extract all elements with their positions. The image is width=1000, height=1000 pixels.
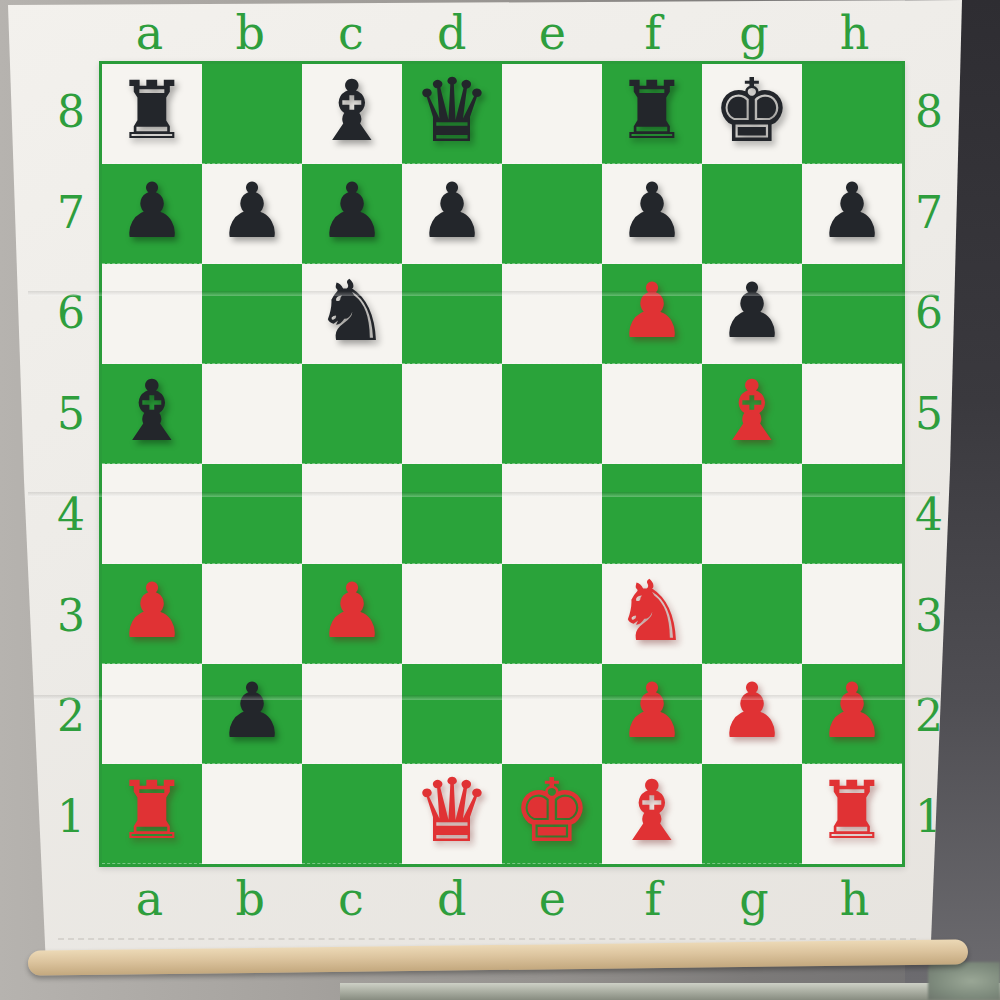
black-pawn[interactable]: ♟ [818,173,886,249]
file-label-f: f [603,870,704,932]
black-pawn[interactable]: ♟ [118,173,186,249]
square-b6[interactable] [202,264,302,364]
square-g3[interactable] [702,564,802,664]
red-king[interactable]: ♚ [513,767,592,855]
square-c5[interactable] [302,364,402,464]
black-queen[interactable]: ♛ [413,67,492,155]
square-f8[interactable]: ♜ [602,64,702,164]
black-bishop[interactable]: ♝ [114,369,189,453]
rank-label-6: 6 [48,263,94,364]
square-f4[interactable] [602,464,702,564]
red-knight[interactable]: ♞ [614,569,689,653]
square-b3[interactable] [202,564,302,664]
square-d5[interactable] [402,364,502,464]
file-label-c: c [301,870,402,932]
square-c3[interactable]: ♟ [302,564,402,664]
black-pawn[interactable]: ♟ [618,173,686,249]
square-a3[interactable]: ♟ [102,564,202,664]
file-label-d: d [401,4,502,60]
square-g4[interactable] [702,464,802,564]
chalk-tray-ledge [340,983,1000,1000]
chess-board: ♜♝♛♜♚♟♟♟♟♟♟♞♟♟♝♝♟♟♞♟♟♟♟♜♛♚♝♜ [99,61,905,867]
black-pawn[interactable]: ♟ [418,173,486,249]
red-pawn[interactable]: ♟ [618,273,686,349]
square-f6[interactable]: ♟ [602,264,702,364]
black-knight[interactable]: ♞ [314,269,389,353]
rank-label-8: 8 [48,61,94,162]
file-label-h: h [804,870,905,932]
square-h8[interactable] [802,64,902,164]
red-pawn[interactable]: ♟ [818,673,886,749]
red-pawn[interactable]: ♟ [618,673,686,749]
rank-label-2: 2 [48,666,94,767]
tray-object [928,962,1000,1000]
square-a4[interactable] [102,464,202,564]
square-h2[interactable]: ♟ [802,664,902,764]
red-queen[interactable]: ♛ [413,767,492,855]
square-c7[interactable]: ♟ [302,164,402,264]
square-g6[interactable]: ♟ [702,264,802,364]
square-d2[interactable] [402,664,502,764]
file-label-b: b [200,870,301,932]
square-a6[interactable] [102,264,202,364]
square-d8[interactable]: ♛ [402,64,502,164]
rank-label-7: 7 [48,162,94,263]
hem-stitch-line [58,938,916,940]
square-g1[interactable] [702,764,802,864]
rank-label-5: 5 [48,363,94,464]
square-c2[interactable] [302,664,402,764]
rank-labels-left: 87654321 [48,61,94,867]
red-rook[interactable]: ♜ [816,771,888,851]
rank-label-8: 8 [906,61,952,162]
square-g8[interactable]: ♚ [702,64,802,164]
square-d7[interactable]: ♟ [402,164,502,264]
square-e5[interactable] [502,364,602,464]
square-e6[interactable] [502,264,602,364]
black-rook[interactable]: ♜ [616,71,688,151]
file-label-g: g [704,4,805,60]
square-b4[interactable] [202,464,302,564]
square-h3[interactable] [802,564,902,664]
rank-label-6: 6 [906,263,952,364]
mat-fold-crease [28,695,940,700]
square-f2[interactable]: ♟ [602,664,702,764]
square-g7[interactable] [702,164,802,264]
black-pawn[interactable]: ♟ [218,173,286,249]
file-label-e: e [502,4,603,60]
file-label-a: a [99,4,200,60]
square-h6[interactable] [802,264,902,364]
rank-label-3: 3 [48,565,94,666]
mat-fold-crease [28,492,940,497]
square-g5[interactable]: ♝ [702,364,802,464]
square-c6[interactable]: ♞ [302,264,402,364]
square-e8[interactable] [502,64,602,164]
square-a7[interactable]: ♟ [102,164,202,264]
rank-label-4: 4 [48,464,94,565]
square-b7[interactable]: ♟ [202,164,302,264]
square-f1[interactable]: ♝ [602,764,702,864]
red-pawn[interactable]: ♟ [718,673,786,749]
demo-board-mat: abcdefgh 87654321 87654321 ♜♝♛♜♚♟♟♟♟♟♟♞♟… [0,0,1000,1000]
square-a5[interactable]: ♝ [102,364,202,464]
square-d3[interactable] [402,564,502,664]
square-e1[interactable]: ♚ [502,764,602,864]
square-g2[interactable]: ♟ [702,664,802,764]
square-d1[interactable]: ♛ [402,764,502,864]
square-a1[interactable]: ♜ [102,764,202,864]
red-bishop[interactable]: ♝ [614,769,689,853]
square-c4[interactable] [302,464,402,564]
red-bishop[interactable]: ♝ [714,369,789,453]
square-f5[interactable] [602,364,702,464]
square-e4[interactable] [502,464,602,564]
square-h7[interactable]: ♟ [802,164,902,264]
square-a2[interactable] [102,664,202,764]
file-label-f: f [603,4,704,60]
square-b1[interactable] [202,764,302,864]
file-label-b: b [200,4,301,60]
square-a8[interactable]: ♜ [102,64,202,164]
black-king[interactable]: ♚ [713,67,792,155]
rank-label-7: 7 [906,162,952,263]
file-labels-bottom: abcdefgh [99,870,905,932]
black-pawn[interactable]: ♟ [218,673,286,749]
square-h5[interactable] [802,364,902,464]
mat-fold-crease [28,291,940,296]
file-labels-top: abcdefgh [99,4,905,60]
red-pawn[interactable]: ♟ [118,573,186,649]
square-b2[interactable]: ♟ [202,664,302,764]
black-pawn[interactable]: ♟ [718,273,786,349]
square-d6[interactable] [402,264,502,364]
square-c8[interactable]: ♝ [302,64,402,164]
square-e7[interactable] [502,164,602,264]
file-label-a: a [99,870,200,932]
black-rook[interactable]: ♜ [116,71,188,151]
file-label-c: c [301,4,402,60]
file-label-e: e [502,870,603,932]
file-label-g: g [704,870,805,932]
black-pawn[interactable]: ♟ [318,173,386,249]
red-rook[interactable]: ♜ [116,771,188,851]
square-b8[interactable] [202,64,302,164]
red-pawn[interactable]: ♟ [318,573,386,649]
rank-label-1: 1 [48,766,94,867]
black-bishop[interactable]: ♝ [314,69,389,153]
square-h4[interactable] [802,464,902,564]
square-h1[interactable]: ♜ [802,764,902,864]
square-e3[interactable] [502,564,602,664]
file-label-d: d [401,870,502,932]
square-f7[interactable]: ♟ [602,164,702,264]
square-f3[interactable]: ♞ [602,564,702,664]
file-label-h: h [804,4,905,60]
square-e2[interactable] [502,664,602,764]
square-c1[interactable] [302,764,402,864]
rank-label-5: 5 [906,363,952,464]
rank-label-4: 4 [906,464,952,565]
square-d4[interactable] [402,464,502,564]
square-b5[interactable] [202,364,302,464]
